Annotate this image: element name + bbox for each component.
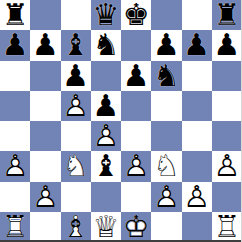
square-c6[interactable]: ♟: [61, 61, 91, 91]
square-b7[interactable]: ♟: [30, 30, 60, 60]
black-queen-icon: ♛: [91, 0, 121, 30]
square-e8[interactable]: ♚: [121, 0, 151, 30]
white-pawn-icon: ♟♙: [30, 182, 60, 212]
square-e5[interactable]: [121, 91, 151, 121]
white-knight-icon: ♞♘: [61, 151, 91, 181]
square-g2[interactable]: ♟♙: [182, 182, 212, 212]
square-f3[interactable]: ♞♘: [151, 151, 181, 181]
square-c8[interactable]: [61, 0, 91, 30]
square-b3[interactable]: [30, 151, 60, 181]
square-a6[interactable]: [0, 61, 30, 91]
white-pawn-icon: ♟♙: [91, 121, 121, 151]
white-pawn-icon: ♟♙: [182, 182, 212, 212]
square-c2[interactable]: [61, 182, 91, 212]
square-b5[interactable]: [30, 91, 60, 121]
square-e7[interactable]: [121, 30, 151, 60]
square-d3[interactable]: ♝: [91, 151, 121, 181]
square-d5[interactable]: ♟: [91, 91, 121, 121]
square-d8[interactable]: ♛: [91, 0, 121, 30]
square-d1[interactable]: ♛♕: [91, 212, 121, 242]
square-a3[interactable]: ♟♙: [0, 151, 30, 181]
square-a4[interactable]: [0, 121, 30, 151]
square-d7[interactable]: ♞: [91, 30, 121, 60]
square-f1[interactable]: [151, 212, 181, 242]
square-h8[interactable]: ♜: [212, 0, 242, 30]
square-h3[interactable]: ♟♙: [212, 151, 242, 181]
square-g3[interactable]: [182, 151, 212, 181]
square-e2[interactable]: [121, 182, 151, 212]
white-rook-icon: ♜♖: [212, 212, 242, 242]
white-pawn-icon: ♟♙: [121, 151, 151, 181]
square-b4[interactable]: [30, 121, 60, 151]
square-f8[interactable]: [151, 0, 181, 30]
black-pawn-icon: ♟: [30, 30, 60, 60]
black-knight-icon: ♞: [91, 30, 121, 60]
black-knight-icon: ♞: [151, 61, 181, 91]
black-bishop-icon: ♝: [61, 30, 91, 60]
black-rook-icon: ♜: [212, 0, 242, 30]
square-f7[interactable]: ♟: [151, 30, 181, 60]
square-h4[interactable]: [212, 121, 242, 151]
square-b8[interactable]: [30, 0, 60, 30]
white-queen-icon: ♛♕: [91, 212, 121, 242]
square-f4[interactable]: [151, 121, 181, 151]
square-g1[interactable]: [182, 212, 212, 242]
square-a5[interactable]: [0, 91, 30, 121]
black-rook-icon: ♜: [0, 0, 30, 30]
square-a8[interactable]: ♜: [0, 0, 30, 30]
black-king-icon: ♚: [121, 0, 151, 30]
black-pawn-icon: ♟: [151, 30, 181, 60]
square-h6[interactable]: [212, 61, 242, 91]
black-pawn-icon: ♟: [182, 30, 212, 60]
square-e3[interactable]: ♟♙: [121, 151, 151, 181]
square-d6[interactable]: [91, 61, 121, 91]
white-knight-icon: ♞♘: [151, 151, 181, 181]
square-c7[interactable]: ♝: [61, 30, 91, 60]
square-h7[interactable]: ♟: [212, 30, 242, 60]
square-b1[interactable]: [30, 212, 60, 242]
black-bishop-icon: ♝: [91, 151, 121, 181]
square-a1[interactable]: ♜♖: [0, 212, 30, 242]
square-g6[interactable]: [182, 61, 212, 91]
black-pawn-icon: ♟: [0, 30, 30, 60]
square-h5[interactable]: [212, 91, 242, 121]
square-c3[interactable]: ♞♘: [61, 151, 91, 181]
square-f6[interactable]: ♞: [151, 61, 181, 91]
square-e6[interactable]: ♟: [121, 61, 151, 91]
white-bishop-icon: ♝♗: [61, 212, 91, 242]
black-pawn-icon: ♟: [121, 61, 151, 91]
white-pawn-icon: ♟♙: [0, 151, 30, 181]
square-e4[interactable]: [121, 121, 151, 151]
square-h2[interactable]: [212, 182, 242, 212]
white-king-icon: ♚♔: [121, 212, 151, 242]
white-rook-icon: ♜♖: [0, 212, 30, 242]
square-e1[interactable]: ♚♔: [121, 212, 151, 242]
square-h1[interactable]: ♜♖: [212, 212, 242, 242]
square-g5[interactable]: [182, 91, 212, 121]
square-b6[interactable]: [30, 61, 60, 91]
square-b2[interactable]: ♟♙: [30, 182, 60, 212]
square-f2[interactable]: ♟♙: [151, 182, 181, 212]
square-d4[interactable]: ♟♙: [91, 121, 121, 151]
square-g7[interactable]: ♟: [182, 30, 212, 60]
square-d2[interactable]: [91, 182, 121, 212]
chess-board: ♜♛♚♜♟♟♝♞♟♟♟♟♟♞♟♙♟♟♙♟♙♞♘♝♟♙♞♘♟♙♟♙♟♙♟♙♜♖♝♗…: [0, 0, 242, 242]
square-c5[interactable]: ♟♙: [61, 91, 91, 121]
white-pawn-icon: ♟♙: [212, 151, 242, 181]
square-a2[interactable]: [0, 182, 30, 212]
square-c4[interactable]: [61, 121, 91, 151]
white-pawn-icon: ♟♙: [61, 91, 91, 121]
square-a7[interactable]: ♟: [0, 30, 30, 60]
black-pawn-icon: ♟: [212, 30, 242, 60]
white-pawn-icon: ♟♙: [151, 182, 181, 212]
square-c1[interactable]: ♝♗: [61, 212, 91, 242]
black-pawn-icon: ♟: [61, 61, 91, 91]
square-g4[interactable]: [182, 121, 212, 151]
black-pawn-icon: ♟: [91, 91, 121, 121]
square-g8[interactable]: [182, 0, 212, 30]
square-f5[interactable]: [151, 91, 181, 121]
